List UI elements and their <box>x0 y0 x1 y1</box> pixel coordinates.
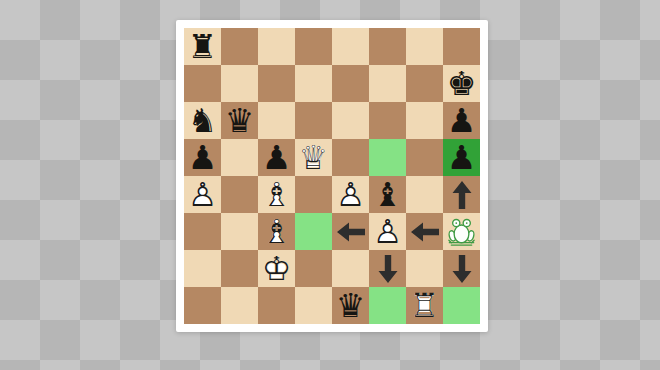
square-d5[interactable]: ♛♕ <box>295 139 332 176</box>
square-h2[interactable] <box>443 250 480 287</box>
white-pawn[interactable]: ♟♙ <box>332 176 369 213</box>
square-a5[interactable]: ♟ <box>184 139 221 176</box>
square-d2[interactable] <box>295 250 332 287</box>
white-king-outline: ♔ <box>258 250 295 287</box>
white-king[interactable]: ♚♔ <box>258 250 295 287</box>
square-e4[interactable]: ♟♙ <box>332 176 369 213</box>
square-c5[interactable]: ♟ <box>258 139 295 176</box>
square-g3[interactable] <box>406 213 443 250</box>
square-f6[interactable] <box>369 102 406 139</box>
square-h4[interactable] <box>443 176 480 213</box>
move-arrow-left-icon <box>332 213 369 250</box>
square-e1[interactable]: ♛ <box>332 287 369 324</box>
square-b6[interactable]: ♛ <box>221 102 258 139</box>
transparency-checker-background: ♜♚♞♛♟♟♟♛♕♟♟♙♝♗♟♙♝ ♝♗ ♟♙ ♚♔ ♛♜♖ <box>0 0 660 370</box>
black-pawn[interactable]: ♟ <box>443 102 480 139</box>
white-rook-outline: ♖ <box>406 287 443 324</box>
square-a4[interactable]: ♟♙ <box>184 176 221 213</box>
square-b1[interactable] <box>221 287 258 324</box>
square-h1[interactable] <box>443 287 480 324</box>
square-e3[interactable] <box>332 213 369 250</box>
white-pawn[interactable]: ♟♙ <box>184 176 221 213</box>
square-g7[interactable] <box>406 65 443 102</box>
square-c1[interactable] <box>258 287 295 324</box>
square-g1[interactable]: ♜♖ <box>406 287 443 324</box>
black-pawn[interactable]: ♟ <box>443 139 480 176</box>
square-e5[interactable] <box>332 139 369 176</box>
square-a8[interactable]: ♜ <box>184 28 221 65</box>
black-bishop[interactable]: ♝ <box>369 176 406 213</box>
board-frame: ♜♚♞♛♟♟♟♛♕♟♟♙♝♗♟♙♝ ♝♗ ♟♙ ♚♔ ♛♜♖ <box>176 20 488 332</box>
square-b2[interactable] <box>221 250 258 287</box>
square-e8[interactable] <box>332 28 369 65</box>
square-h8[interactable] <box>443 28 480 65</box>
black-queen[interactable]: ♛ <box>332 287 369 324</box>
white-bishop[interactable]: ♝♗ <box>258 213 295 250</box>
square-a6[interactable]: ♞ <box>184 102 221 139</box>
square-e2[interactable] <box>332 250 369 287</box>
square-d3[interactable] <box>295 213 332 250</box>
chess-board: ♜♚♞♛♟♟♟♛♕♟♟♙♝♗♟♙♝ ♝♗ ♟♙ ♚♔ ♛♜♖ <box>184 28 480 324</box>
white-bishop[interactable]: ♝♗ <box>258 176 295 213</box>
square-f8[interactable] <box>369 28 406 65</box>
black-pawn[interactable]: ♟ <box>184 139 221 176</box>
square-d8[interactable] <box>295 28 332 65</box>
white-pawn-outline: ♙ <box>332 176 369 213</box>
square-b4[interactable] <box>221 176 258 213</box>
square-h6[interactable]: ♟ <box>443 102 480 139</box>
square-f5[interactable] <box>369 139 406 176</box>
white-queen[interactable]: ♛♕ <box>295 139 332 176</box>
frog-piece-icon[interactable] <box>443 213 480 250</box>
square-c4[interactable]: ♝♗ <box>258 176 295 213</box>
black-queen[interactable]: ♛ <box>221 102 258 139</box>
white-pawn-outline: ♙ <box>369 213 406 250</box>
square-e7[interactable] <box>332 65 369 102</box>
square-f2[interactable] <box>369 250 406 287</box>
black-king[interactable]: ♚ <box>443 65 480 102</box>
square-f3[interactable]: ♟♙ <box>369 213 406 250</box>
square-d4[interactable] <box>295 176 332 213</box>
move-arrow-down-icon <box>369 250 406 287</box>
square-a2[interactable] <box>184 250 221 287</box>
square-h7[interactable]: ♚ <box>443 65 480 102</box>
white-pawn[interactable]: ♟♙ <box>369 213 406 250</box>
square-b7[interactable] <box>221 65 258 102</box>
square-g4[interactable] <box>406 176 443 213</box>
square-b5[interactable] <box>221 139 258 176</box>
white-pawn-outline: ♙ <box>184 176 221 213</box>
square-d7[interactable] <box>295 65 332 102</box>
square-d6[interactable] <box>295 102 332 139</box>
square-c2[interactable]: ♚♔ <box>258 250 295 287</box>
square-a3[interactable] <box>184 213 221 250</box>
square-c3[interactable]: ♝♗ <box>258 213 295 250</box>
square-f4[interactable]: ♝ <box>369 176 406 213</box>
square-b8[interactable] <box>221 28 258 65</box>
square-g2[interactable] <box>406 250 443 287</box>
square-c6[interactable] <box>258 102 295 139</box>
square-c8[interactable] <box>258 28 295 65</box>
move-arrow-down-icon <box>443 250 480 287</box>
square-b3[interactable] <box>221 213 258 250</box>
square-g6[interactable] <box>406 102 443 139</box>
square-a7[interactable] <box>184 65 221 102</box>
square-g8[interactable] <box>406 28 443 65</box>
move-arrow-left-icon <box>406 213 443 250</box>
square-a1[interactable] <box>184 287 221 324</box>
square-f7[interactable] <box>369 65 406 102</box>
square-f1[interactable] <box>369 287 406 324</box>
black-pawn[interactable]: ♟ <box>258 139 295 176</box>
white-rook[interactable]: ♜♖ <box>406 287 443 324</box>
black-knight[interactable]: ♞ <box>184 102 221 139</box>
black-rook[interactable]: ♜ <box>184 28 221 65</box>
white-bishop-outline: ♗ <box>258 213 295 250</box>
white-bishop-outline: ♗ <box>258 176 295 213</box>
white-queen-outline: ♕ <box>295 139 332 176</box>
square-d1[interactable] <box>295 287 332 324</box>
square-e6[interactable] <box>332 102 369 139</box>
move-arrow-up-icon <box>443 176 480 213</box>
square-g5[interactable] <box>406 139 443 176</box>
square-c7[interactable] <box>258 65 295 102</box>
square-h3[interactable] <box>443 213 480 250</box>
square-h5[interactable]: ♟ <box>443 139 480 176</box>
